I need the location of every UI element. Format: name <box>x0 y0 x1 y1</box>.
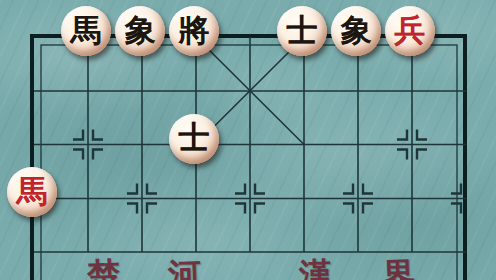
xiangqi-board: 楚河漢界 馬象將士象兵士馬 <box>0 0 496 280</box>
river-label: 楚 <box>86 252 121 280</box>
piece-glyph: 象 <box>125 15 156 46</box>
piece-black-general[interactable]: 將 <box>169 6 219 56</box>
piece-glyph: 士 <box>179 122 210 153</box>
piece-glyph: 象 <box>341 15 372 46</box>
board-inner-border <box>41 45 457 280</box>
river-label: 漢 <box>298 252 333 280</box>
piece-black-horse[interactable]: 馬 <box>61 6 111 56</box>
piece-glyph: 士 <box>287 15 318 46</box>
piece-glyph: 兵 <box>395 15 426 46</box>
river-label: 界 <box>381 252 416 280</box>
piece-black-elephant[interactable]: 象 <box>115 6 165 56</box>
piece-black-advisor[interactable]: 士 <box>277 6 327 56</box>
piece-red-horse[interactable]: 馬 <box>7 167 57 217</box>
piece-glyph: 將 <box>179 15 210 46</box>
board-outer-border <box>32 36 465 280</box>
piece-black-advisor[interactable]: 士 <box>169 114 219 164</box>
piece-glyph: 馬 <box>71 15 102 46</box>
river-label: 河 <box>167 252 202 280</box>
piece-black-elephant[interactable]: 象 <box>331 6 381 56</box>
piece-glyph: 馬 <box>17 176 48 207</box>
piece-red-soldier[interactable]: 兵 <box>385 6 435 56</box>
